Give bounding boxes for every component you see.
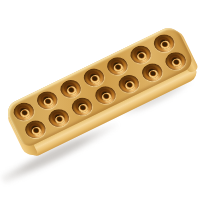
pit-r2-c3[interactable] [68, 95, 96, 119]
cup-ring-detail [100, 92, 112, 103]
cup-ring-detail [124, 80, 136, 91]
cup-ring-detail [136, 50, 148, 61]
pit-r2-c6[interactable] [139, 60, 167, 84]
cup-ring-detail [65, 85, 77, 96]
cup-ring-detail [171, 57, 183, 68]
pit-r2-c2[interactable] [45, 106, 73, 130]
cup-ring-detail [77, 103, 89, 114]
cup-ring-detail [42, 96, 54, 107]
mancala-board [4, 23, 200, 162]
cup-ring-detail [18, 108, 30, 119]
pit-r2-c7[interactable] [162, 49, 190, 73]
cup-ring-detail [147, 69, 159, 80]
cup-ring-detail [159, 39, 171, 50]
cup-ring-detail [112, 62, 124, 73]
cup-ring-detail [30, 126, 42, 137]
pit-r2-c1[interactable] [21, 118, 49, 142]
cup-ring-detail [53, 114, 65, 125]
cup-ring-detail [89, 73, 101, 84]
pit-r2-c4[interactable] [92, 83, 120, 107]
pit-r2-c5[interactable] [115, 72, 143, 96]
product-photo-scene [0, 0, 200, 200]
